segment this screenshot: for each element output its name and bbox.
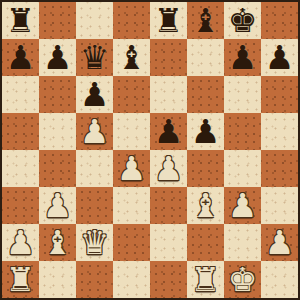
black-bishop[interactable]: ♝ xyxy=(113,39,150,76)
white-queen[interactable]: ♛ xyxy=(76,224,113,261)
square-f6[interactable] xyxy=(187,76,224,113)
black-queen[interactable]: ♛ xyxy=(76,39,113,76)
white-pawn[interactable]: ♟ xyxy=(113,150,150,187)
square-h3[interactable] xyxy=(261,187,298,224)
square-b8[interactable] xyxy=(39,2,76,39)
white-pawn[interactable]: ♟ xyxy=(261,224,298,261)
square-b7[interactable]: ♟ xyxy=(39,39,76,76)
white-bishop[interactable]: ♝ xyxy=(187,187,224,224)
black-rook[interactable]: ♜ xyxy=(150,2,187,39)
square-g5[interactable] xyxy=(224,113,261,150)
square-a4[interactable] xyxy=(2,150,39,187)
square-d7[interactable]: ♝ xyxy=(113,39,150,76)
square-h5[interactable] xyxy=(261,113,298,150)
square-c4[interactable] xyxy=(76,150,113,187)
black-rook[interactable]: ♜ xyxy=(2,2,39,39)
square-g1[interactable]: ♚ xyxy=(224,261,261,298)
square-d1[interactable] xyxy=(113,261,150,298)
black-pawn[interactable]: ♟ xyxy=(224,39,261,76)
square-b5[interactable] xyxy=(39,113,76,150)
square-f1[interactable]: ♜ xyxy=(187,261,224,298)
white-pawn[interactable]: ♟ xyxy=(76,113,113,150)
square-e6[interactable] xyxy=(150,76,187,113)
square-g8[interactable]: ♚ xyxy=(224,2,261,39)
square-g4[interactable] xyxy=(224,150,261,187)
square-c5[interactable]: ♟ xyxy=(76,113,113,150)
square-b2[interactable]: ♝ xyxy=(39,224,76,261)
square-c7[interactable]: ♛ xyxy=(76,39,113,76)
black-pawn[interactable]: ♟ xyxy=(2,39,39,76)
square-e4[interactable]: ♟ xyxy=(150,150,187,187)
square-f2[interactable] xyxy=(187,224,224,261)
square-h1[interactable] xyxy=(261,261,298,298)
square-g3[interactable]: ♟ xyxy=(224,187,261,224)
black-pawn[interactable]: ♟ xyxy=(76,76,113,113)
square-d6[interactable] xyxy=(113,76,150,113)
square-d8[interactable] xyxy=(113,2,150,39)
black-bishop[interactable]: ♝ xyxy=(187,2,224,39)
square-h2[interactable]: ♟ xyxy=(261,224,298,261)
square-f4[interactable] xyxy=(187,150,224,187)
square-e8[interactable]: ♜ xyxy=(150,2,187,39)
square-c3[interactable] xyxy=(76,187,113,224)
black-pawn[interactable]: ♟ xyxy=(39,39,76,76)
square-h7[interactable]: ♟ xyxy=(261,39,298,76)
square-c8[interactable] xyxy=(76,2,113,39)
square-f8[interactable]: ♝ xyxy=(187,2,224,39)
square-c2[interactable]: ♛ xyxy=(76,224,113,261)
black-king[interactable]: ♚ xyxy=(224,2,261,39)
square-a8[interactable]: ♜ xyxy=(2,2,39,39)
square-e2[interactable] xyxy=(150,224,187,261)
square-b6[interactable] xyxy=(39,76,76,113)
square-c1[interactable] xyxy=(76,261,113,298)
square-d3[interactable] xyxy=(113,187,150,224)
square-e7[interactable] xyxy=(150,39,187,76)
square-g6[interactable] xyxy=(224,76,261,113)
square-a5[interactable] xyxy=(2,113,39,150)
white-rook[interactable]: ♜ xyxy=(187,261,224,298)
square-a7[interactable]: ♟ xyxy=(2,39,39,76)
square-e5[interactable]: ♟ xyxy=(150,113,187,150)
square-a6[interactable] xyxy=(2,76,39,113)
square-g2[interactable] xyxy=(224,224,261,261)
white-pawn[interactable]: ♟ xyxy=(2,224,39,261)
white-pawn[interactable]: ♟ xyxy=(150,150,187,187)
square-f3[interactable]: ♝ xyxy=(187,187,224,224)
white-bishop[interactable]: ♝ xyxy=(39,224,76,261)
square-a2[interactable]: ♟ xyxy=(2,224,39,261)
square-h4[interactable] xyxy=(261,150,298,187)
square-a1[interactable]: ♜ xyxy=(2,261,39,298)
square-f5[interactable]: ♟ xyxy=(187,113,224,150)
white-pawn[interactable]: ♟ xyxy=(224,187,261,224)
black-pawn[interactable]: ♟ xyxy=(187,113,224,150)
square-a3[interactable] xyxy=(2,187,39,224)
square-e1[interactable] xyxy=(150,261,187,298)
black-pawn[interactable]: ♟ xyxy=(261,39,298,76)
square-f7[interactable] xyxy=(187,39,224,76)
white-king[interactable]: ♚ xyxy=(224,261,261,298)
square-h6[interactable] xyxy=(261,76,298,113)
square-c6[interactable]: ♟ xyxy=(76,76,113,113)
square-e3[interactable] xyxy=(150,187,187,224)
square-d2[interactable] xyxy=(113,224,150,261)
chess-board: ♜♜♝♚♟♟♛♝♟♟♟♟♟♟♟♟♟♝♟♟♝♛♟♜♜♚ xyxy=(0,0,300,300)
square-b4[interactable] xyxy=(39,150,76,187)
square-b3[interactable]: ♟ xyxy=(39,187,76,224)
white-rook[interactable]: ♜ xyxy=(2,261,39,298)
black-pawn[interactable]: ♟ xyxy=(150,113,187,150)
square-d4[interactable]: ♟ xyxy=(113,150,150,187)
square-h8[interactable] xyxy=(261,2,298,39)
square-g7[interactable]: ♟ xyxy=(224,39,261,76)
square-b1[interactable] xyxy=(39,261,76,298)
white-pawn[interactable]: ♟ xyxy=(39,187,76,224)
square-d5[interactable] xyxy=(113,113,150,150)
